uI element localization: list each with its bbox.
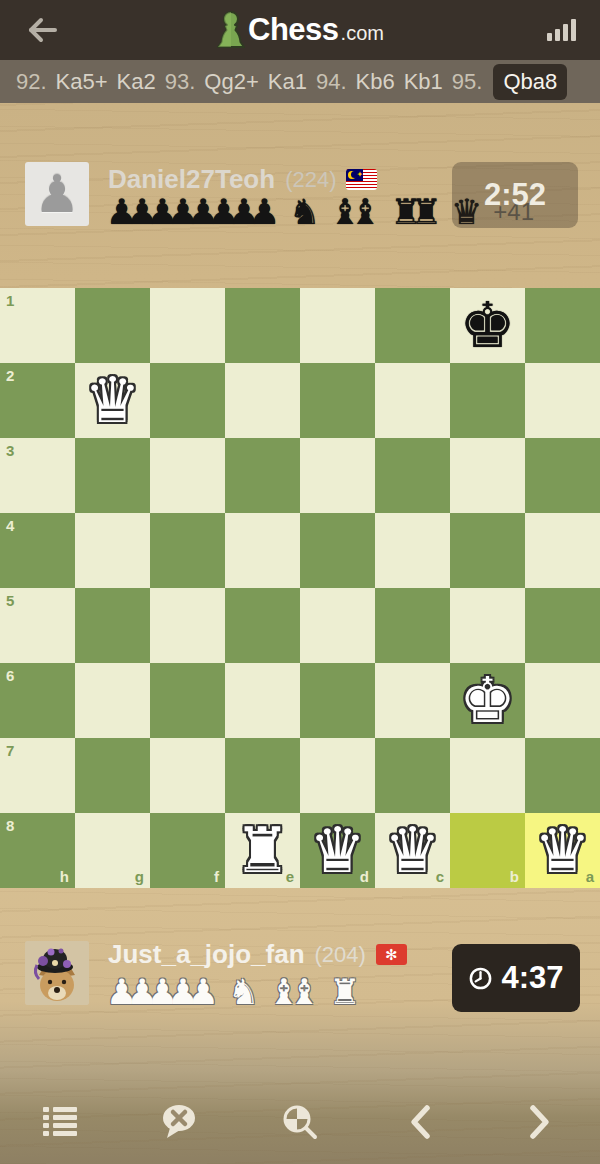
rank-label-5: 5	[6, 592, 14, 609]
square-d7[interactable]	[300, 738, 375, 813]
rank-label-7: 7	[6, 742, 14, 759]
chat-close-icon	[161, 1104, 199, 1140]
square-e4[interactable]	[225, 513, 300, 588]
square-f6[interactable]	[150, 663, 225, 738]
square-c1[interactable]	[375, 288, 450, 363]
move-token[interactable]: Kb6	[356, 69, 395, 95]
captured-pawns: ♟♟♟♟♟♟♟♟	[106, 192, 269, 232]
file-label-g: g	[135, 868, 144, 885]
captured-rooks: ♜♜	[390, 192, 431, 232]
previous-move-button[interactable]	[360, 1092, 480, 1152]
square-b7[interactable]	[450, 738, 525, 813]
captured-knights: ♞	[289, 192, 309, 232]
captured-pawns: ♟♟♟♟♟	[106, 972, 208, 1012]
square-c4[interactable]	[375, 513, 450, 588]
analysis-button[interactable]	[240, 1092, 360, 1152]
moves-list-icon	[42, 1106, 78, 1138]
square-f3[interactable]	[150, 438, 225, 513]
rank-label-3: 3	[6, 442, 14, 459]
square-a6[interactable]	[525, 663, 600, 738]
chevron-right-icon	[528, 1104, 552, 1140]
chevron-left-icon	[408, 1104, 432, 1140]
avatar-top-player[interactable]: ♟	[25, 162, 89, 226]
top-player-clock: 2:52	[452, 162, 578, 228]
logo-text-bold: Chess	[248, 12, 339, 48]
hong-kong-flag-icon: ✻	[376, 944, 407, 965]
piece-wK-b6[interactable]: ♚	[450, 663, 525, 738]
analysis-magnifier-icon	[281, 1103, 319, 1141]
dog-with-hat-avatar-icon	[25, 941, 89, 1005]
square-b4[interactable]	[450, 513, 525, 588]
malaysia-flag-star: ✦	[356, 171, 363, 179]
move-token[interactable]: Ka5+	[56, 69, 108, 95]
avatar-bottom-player[interactable]	[25, 941, 89, 1005]
top-player-name-row[interactable]: Daniel27Teoh (224) ✦	[108, 164, 377, 195]
move-token[interactable]: 94.	[316, 69, 347, 95]
square-c3[interactable]	[375, 438, 450, 513]
piece-bK-b1[interactable]: ♚	[450, 288, 525, 363]
square-g7[interactable]	[75, 738, 150, 813]
square-g5[interactable]	[75, 588, 150, 663]
gray-pawn-avatar-icon: ♟	[34, 162, 81, 226]
file-label-b: b	[510, 868, 519, 885]
moves-list-button[interactable]	[0, 1092, 120, 1152]
bottom-player-time: 4:37	[501, 960, 563, 996]
captured-rooks: ♜	[329, 972, 349, 1012]
square-g1[interactable]	[75, 288, 150, 363]
square-a2[interactable]	[525, 363, 600, 438]
green-pawn-icon	[216, 9, 246, 51]
chesscom-logo: Chess.com	[0, 0, 600, 60]
bottom-player-name-row[interactable]: Just_a_jojo_fan (204) ✻	[108, 939, 407, 970]
rank-label-2: 2	[6, 367, 14, 384]
square-f2[interactable]	[150, 363, 225, 438]
square-b8[interactable]: b	[450, 813, 525, 888]
square-e6[interactable]	[225, 663, 300, 738]
next-move-button[interactable]	[480, 1092, 600, 1152]
rank-label-4: 4	[6, 517, 14, 534]
square-e1[interactable]	[225, 288, 300, 363]
square-h5[interactable]: 5	[0, 588, 75, 663]
square-d5[interactable]	[300, 588, 375, 663]
move-token[interactable]: 92.	[16, 69, 47, 95]
square-c7[interactable]	[375, 738, 450, 813]
chess-board: 1♚2♛3456♚78hgfe♜d♛c♛ba♛	[0, 288, 600, 888]
logo-text-suffix: .com	[341, 22, 384, 45]
square-a7[interactable]	[525, 738, 600, 813]
move-token[interactable]: Qg2+	[204, 69, 258, 95]
square-a8[interactable]: a♛	[525, 813, 600, 888]
move-list: 92.Ka5+Ka293.Qg2+Ka194.Kb6Kb195.Qba8	[0, 60, 600, 103]
piece-wQ-c8[interactable]: ♛	[375, 813, 450, 888]
square-f8[interactable]: f	[150, 813, 225, 888]
piece-wQ-a8[interactable]: ♛	[525, 813, 600, 888]
rank-label-1: 1	[6, 292, 14, 309]
square-b5[interactable]	[450, 588, 525, 663]
square-c5[interactable]	[375, 588, 450, 663]
square-h1[interactable]: 1	[0, 288, 75, 363]
square-h3[interactable]: 3	[0, 438, 75, 513]
captured-bishops: ♝♝	[268, 972, 309, 1012]
square-d2[interactable]	[300, 363, 375, 438]
square-g3[interactable]	[75, 438, 150, 513]
signal-bar-1	[547, 33, 552, 41]
file-label-f: f	[214, 868, 219, 885]
square-b1[interactable]: ♚	[450, 288, 525, 363]
file-label-h: h	[60, 868, 69, 885]
malaysia-flag-crescent	[348, 171, 356, 179]
move-token[interactable]: 95.	[452, 69, 483, 95]
square-b3[interactable]	[450, 438, 525, 513]
piece-wR-e8[interactable]: ♜	[225, 813, 300, 888]
square-g2[interactable]: ♛	[75, 363, 150, 438]
move-token[interactable]: 93.	[165, 69, 196, 95]
square-e8[interactable]: e♜	[225, 813, 300, 888]
captured-knights: ♞	[228, 972, 248, 1012]
square-a5[interactable]	[525, 588, 600, 663]
piece-wQ-g2[interactable]: ♛	[75, 363, 150, 438]
top-bar: Chess.com	[0, 0, 600, 60]
square-e7[interactable]	[225, 738, 300, 813]
rank-label-6: 6	[6, 667, 14, 684]
square-c8[interactable]: c♛	[375, 813, 450, 888]
square-f7[interactable]	[150, 738, 225, 813]
square-c6[interactable]	[375, 663, 450, 738]
rank-label-8: 8	[6, 817, 14, 834]
move-token[interactable]: Ka1	[268, 69, 307, 95]
square-d8[interactable]: d♛	[300, 813, 375, 888]
square-h6[interactable]: 6	[0, 663, 75, 738]
square-h8[interactable]: 8h	[0, 813, 75, 888]
square-f4[interactable]	[150, 513, 225, 588]
square-e5[interactable]	[225, 588, 300, 663]
top-player-time: 2:52	[484, 177, 546, 213]
signal-bar-4	[571, 19, 576, 41]
square-a3[interactable]	[525, 438, 600, 513]
square-h2[interactable]: 2	[0, 363, 75, 438]
move-token[interactable]: Kb1	[404, 69, 443, 95]
bottom-player-captured-pieces: ♟♟♟♟♟♞♝♝♜	[106, 972, 369, 1012]
bottom-toolbar	[0, 1092, 600, 1152]
signal-bars-icon	[547, 19, 576, 41]
bottom-player-clock: 4:37	[452, 944, 580, 1012]
square-a4[interactable]	[525, 513, 600, 588]
square-f5[interactable]	[150, 588, 225, 663]
bottom-player-name: Just_a_jojo_fan	[108, 939, 305, 970]
clock-icon	[468, 966, 493, 991]
square-h4[interactable]: 4	[0, 513, 75, 588]
chat-disabled-button[interactable]	[120, 1092, 240, 1152]
move-token[interactable]: Ka2	[117, 69, 156, 95]
top-player-rating: (224)	[285, 167, 336, 193]
signal-bar-3	[563, 24, 568, 41]
square-f1[interactable]	[150, 288, 225, 363]
captured-bishops: ♝♝	[329, 192, 370, 232]
square-b2[interactable]	[450, 363, 525, 438]
square-d6[interactable]	[300, 663, 375, 738]
move-token-current[interactable]: Qba8	[493, 64, 567, 100]
top-player-name: Daniel27Teoh	[108, 164, 275, 195]
square-c2[interactable]	[375, 363, 450, 438]
square-d4[interactable]	[300, 513, 375, 588]
square-b6[interactable]: ♚	[450, 663, 525, 738]
square-e2[interactable]	[225, 363, 300, 438]
signal-bar-2	[555, 29, 560, 41]
square-d1[interactable]	[300, 288, 375, 363]
piece-wQ-d8[interactable]: ♛	[300, 813, 375, 888]
square-g8[interactable]: g	[75, 813, 150, 888]
square-d3[interactable]	[300, 438, 375, 513]
square-g4[interactable]	[75, 513, 150, 588]
malaysia-flag-icon: ✦	[346, 169, 377, 190]
square-a1[interactable]	[525, 288, 600, 363]
bottom-player-rating: (204)	[315, 942, 366, 968]
square-e3[interactable]	[225, 438, 300, 513]
square-h7[interactable]: 7	[0, 738, 75, 813]
square-g6[interactable]	[75, 663, 150, 738]
hong-kong-flag-flower: ✻	[385, 947, 398, 962]
